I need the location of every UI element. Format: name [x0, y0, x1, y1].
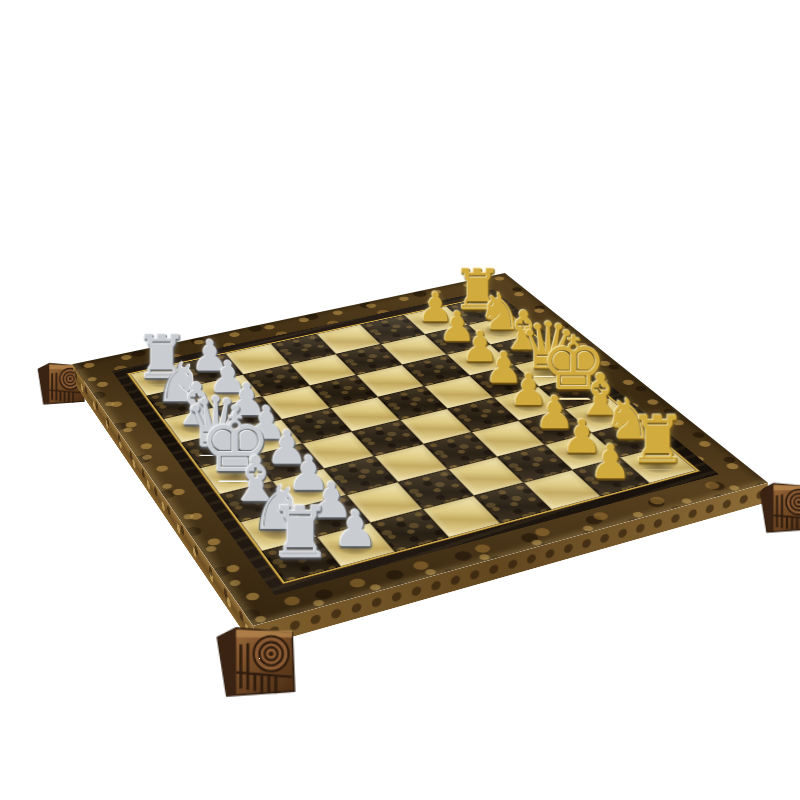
chess-board: ♜♜♞♞♝♝♛♛♚♚♝♝♞♞♜♜♟♟♟♟♟♟♟♟♟♟♟♟♟♟♟♟♟♟♟♟♟♟♟♟… [72, 273, 768, 626]
product-photo-chess-set: ♜♜♞♞♝♝♛♛♚♚♝♝♞♞♜♜♟♟♟♟♟♟♟♟♟♟♟♟♟♟♟♟♟♟♟♟♟♟♟♟… [0, 0, 800, 800]
square-g5 [448, 457, 524, 496]
square-g4 [398, 469, 474, 509]
square-f5 [423, 432, 497, 469]
square-e4 [352, 420, 424, 456]
board-foot-front-corner [210, 621, 299, 700]
square-f4 [374, 444, 448, 482]
rook-glyph: ♜ [269, 497, 333, 569]
square-h5 [474, 483, 552, 524]
square-h4 [423, 496, 501, 538]
